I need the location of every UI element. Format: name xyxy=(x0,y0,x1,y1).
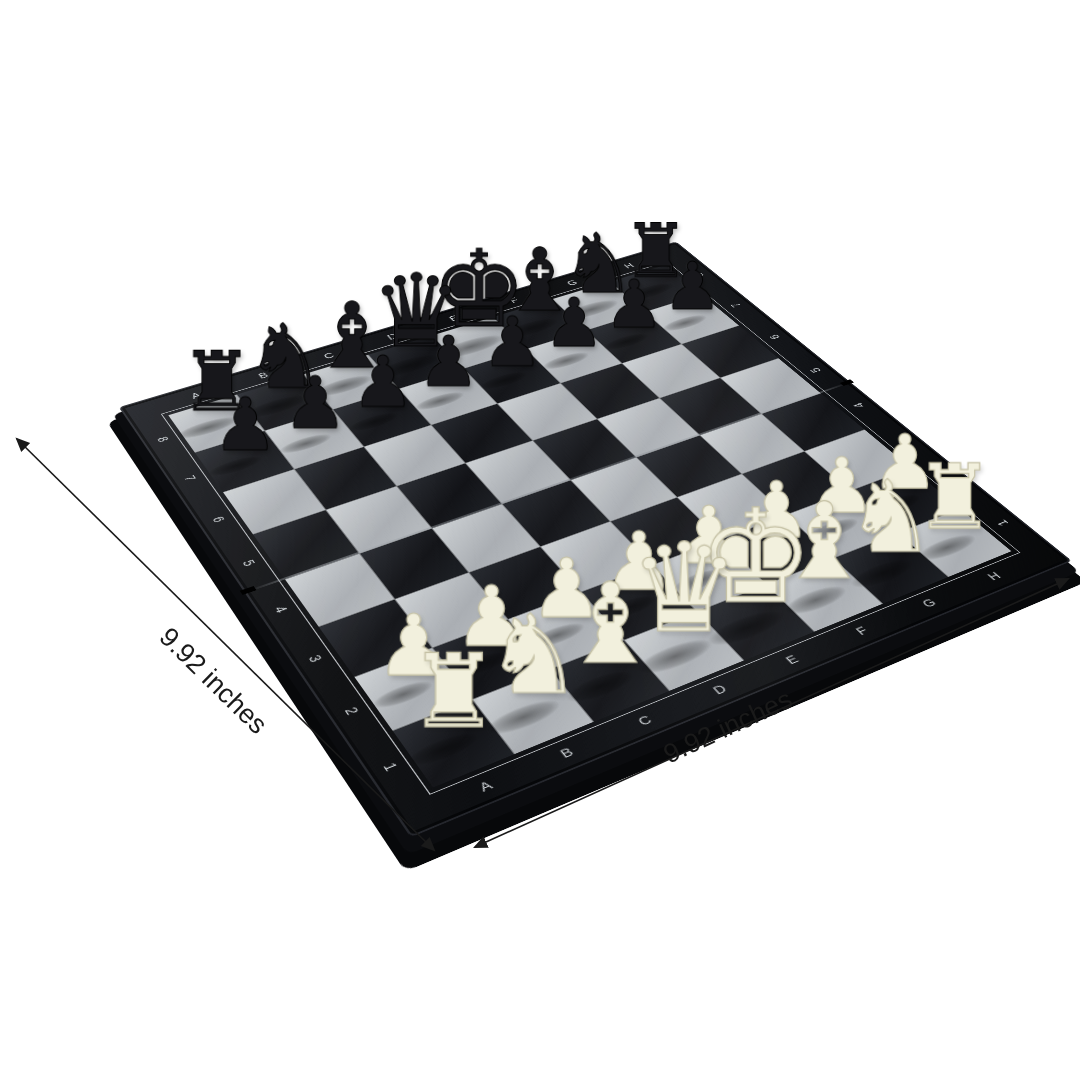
black-pawn-d7[interactable]: ♟ xyxy=(417,326,479,396)
white-rook-a1[interactable]: ♜ xyxy=(408,640,499,742)
black-pawn-b7[interactable]: ♟ xyxy=(282,367,346,439)
black-pawn-g7[interactable]: ♟ xyxy=(604,270,664,337)
black-pawn-a7[interactable]: ♟ xyxy=(212,388,277,461)
chess-board: ABCDEFGH ABCDEFGH 87654321 87654321 ♜♞♝♛… xyxy=(119,242,1072,838)
black-pawn-f7[interactable]: ♟ xyxy=(543,289,604,357)
black-pawn-c7[interactable]: ♟ xyxy=(351,346,414,417)
black-pawn-e7[interactable]: ♟ xyxy=(481,307,543,376)
product-photo-stage: ABCDEFGH ABCDEFGH 87654321 87654321 ♜♞♝♛… xyxy=(0,0,1080,1080)
black-pawn-h7[interactable]: ♟ xyxy=(662,253,721,319)
